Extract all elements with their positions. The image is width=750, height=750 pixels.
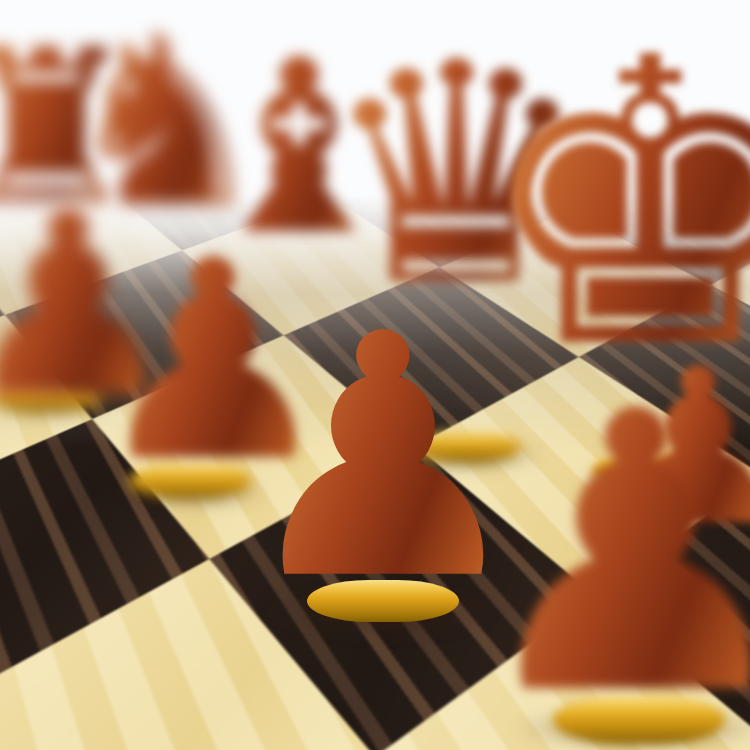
piece-pawn-right-front: ♟ [463, 363, 750, 748]
chess-set-photo: ♜ ♞ ♝ ♛ ♚ ♟ ♟ ♟ ♟ ♟ [0, 0, 750, 750]
pawn-glyph: ♟ [463, 363, 750, 748]
